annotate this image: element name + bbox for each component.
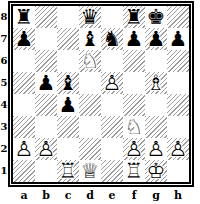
rank-label-2: 2 — [0, 138, 8, 160]
square-c3 — [57, 116, 79, 138]
rank-labels: 87654321 — [0, 6, 8, 182]
square-a8: ♜ — [13, 6, 35, 28]
piece-black-pawn: ♟ — [35, 72, 57, 94]
piece-white-rook: ♖ — [123, 160, 145, 182]
piece-black-pawn: ♟ — [167, 28, 189, 50]
square-b2: ♟♙ — [35, 138, 57, 160]
square-c4: ♟ — [57, 94, 79, 116]
square-b5: ♟ — [35, 72, 57, 94]
piece-fill: ♝ — [145, 72, 167, 94]
square-e4 — [101, 94, 123, 116]
piece-fill: ♟ — [145, 138, 167, 160]
square-e6 — [101, 50, 123, 72]
piece-white-pawn: ♙ — [13, 138, 35, 160]
piece-fill: ♟ — [167, 138, 189, 160]
rank-label-8: 8 — [0, 6, 8, 28]
piece-black-pawn: ♟ — [145, 28, 167, 50]
rank-label-3: 3 — [0, 116, 8, 138]
square-h1 — [167, 160, 189, 182]
square-h6 — [167, 50, 189, 72]
piece-black-pawn: ♟ — [13, 28, 35, 50]
piece-fill: ♛ — [79, 160, 101, 182]
piece-white-knight: ♘ — [79, 50, 101, 72]
square-d7: ♝ — [79, 28, 101, 50]
square-f8: ♜ — [123, 6, 145, 28]
piece-fill: ♟ — [123, 138, 145, 160]
rank-label-4: 4 — [0, 94, 8, 116]
square-f1: ♜♖ — [123, 160, 145, 182]
square-g1: ♚♔ — [145, 160, 167, 182]
piece-white-pawn: ♙ — [145, 138, 167, 160]
square-e5: ♟♙ — [101, 72, 123, 94]
square-b3 — [35, 116, 57, 138]
piece-white-pawn: ♙ — [101, 72, 123, 94]
square-g2: ♟♙ — [145, 138, 167, 160]
square-c2 — [57, 138, 79, 160]
square-c6 — [57, 50, 79, 72]
piece-fill: ♟ — [35, 138, 57, 160]
square-e8 — [101, 6, 123, 28]
file-label-f: f — [123, 189, 145, 203]
piece-white-pawn: ♙ — [123, 138, 145, 160]
piece-white-knight: ♘ — [123, 116, 145, 138]
rank-label-6: 6 — [0, 50, 8, 72]
square-b8 — [35, 6, 57, 28]
piece-black-bishop: ♝ — [57, 72, 79, 94]
square-c5: ♝ — [57, 72, 79, 94]
square-c7 — [57, 28, 79, 50]
square-e3 — [101, 116, 123, 138]
square-h4 — [167, 94, 189, 116]
piece-fill: ♜ — [123, 160, 145, 182]
file-label-b: b — [35, 189, 57, 203]
square-a7: ♟ — [13, 28, 35, 50]
square-a2: ♟♙ — [13, 138, 35, 160]
file-label-g: g — [145, 189, 167, 203]
rank-label-1: 1 — [0, 160, 8, 182]
file-labels: abcdefgh — [13, 189, 189, 203]
file-label-d: d — [79, 189, 101, 203]
square-h5 — [167, 72, 189, 94]
chess-diagram: 87654321 ♜♛♜♚♟♝♞♟♟♟♞♘♟♝♟♙♝♗♟♞♘♟♙♟♙♟♙♟♙♟♙… — [0, 0, 200, 204]
piece-fill: ♟ — [101, 72, 123, 94]
square-f3: ♞♘ — [123, 116, 145, 138]
square-d4 — [79, 94, 101, 116]
square-b1 — [35, 160, 57, 182]
file-label-h: h — [167, 189, 189, 203]
square-b6 — [35, 50, 57, 72]
square-g3 — [145, 116, 167, 138]
square-h8 — [167, 6, 189, 28]
square-f7: ♟ — [123, 28, 145, 50]
file-label-a: a — [13, 189, 35, 203]
square-e7: ♞ — [101, 28, 123, 50]
piece-black-bishop: ♝ — [79, 28, 101, 50]
piece-black-king: ♚ — [145, 6, 167, 28]
piece-black-pawn: ♟ — [123, 28, 145, 50]
square-g5: ♝♗ — [145, 72, 167, 94]
square-g7: ♟ — [145, 28, 167, 50]
square-h2: ♟♙ — [167, 138, 189, 160]
piece-white-rook: ♖ — [57, 160, 79, 182]
square-d8: ♛ — [79, 6, 101, 28]
square-g6 — [145, 50, 167, 72]
file-label-c: c — [57, 189, 79, 203]
piece-black-queen: ♛ — [79, 6, 101, 28]
square-f2: ♟♙ — [123, 138, 145, 160]
piece-white-king: ♔ — [145, 160, 167, 182]
rank-label-5: 5 — [0, 72, 8, 94]
piece-black-rook: ♜ — [123, 6, 145, 28]
piece-fill: ♜ — [57, 160, 79, 182]
piece-fill: ♞ — [123, 116, 145, 138]
piece-black-pawn: ♟ — [57, 94, 79, 116]
square-f5 — [123, 72, 145, 94]
square-e2 — [101, 138, 123, 160]
piece-white-pawn: ♙ — [167, 138, 189, 160]
square-b7 — [35, 28, 57, 50]
square-a4 — [13, 94, 35, 116]
square-c8 — [57, 6, 79, 28]
piece-fill: ♞ — [79, 50, 101, 72]
square-c1: ♜♖ — [57, 160, 79, 182]
square-h7: ♟ — [167, 28, 189, 50]
piece-white-bishop: ♗ — [145, 72, 167, 94]
square-g4 — [145, 94, 167, 116]
square-f6 — [123, 50, 145, 72]
piece-white-queen: ♕ — [79, 160, 101, 182]
square-b4 — [35, 94, 57, 116]
square-d1: ♛♕ — [79, 160, 101, 182]
board-frame: ♜♛♜♚♟♝♞♟♟♟♞♘♟♝♟♙♝♗♟♞♘♟♙♟♙♟♙♟♙♟♙♜♖♛♕♜♖♚♔ — [8, 1, 194, 187]
chess-board: ♜♛♜♚♟♝♞♟♟♟♞♘♟♝♟♙♝♗♟♞♘♟♙♟♙♟♙♟♙♟♙♜♖♛♕♜♖♚♔ — [13, 6, 189, 182]
piece-white-pawn: ♙ — [35, 138, 57, 160]
square-f4 — [123, 94, 145, 116]
square-g8: ♚ — [145, 6, 167, 28]
rank-label-7: 7 — [0, 28, 8, 50]
square-d2 — [79, 138, 101, 160]
square-h3 — [167, 116, 189, 138]
square-d5 — [79, 72, 101, 94]
square-d6: ♞♘ — [79, 50, 101, 72]
square-a1 — [13, 160, 35, 182]
square-d3 — [79, 116, 101, 138]
piece-fill: ♟ — [13, 138, 35, 160]
square-a5 — [13, 72, 35, 94]
piece-black-knight: ♞ — [101, 28, 123, 50]
piece-fill: ♚ — [145, 160, 167, 182]
file-label-e: e — [101, 189, 123, 203]
piece-black-rook: ♜ — [13, 6, 35, 28]
square-a6 — [13, 50, 35, 72]
square-e1 — [101, 160, 123, 182]
square-a3 — [13, 116, 35, 138]
